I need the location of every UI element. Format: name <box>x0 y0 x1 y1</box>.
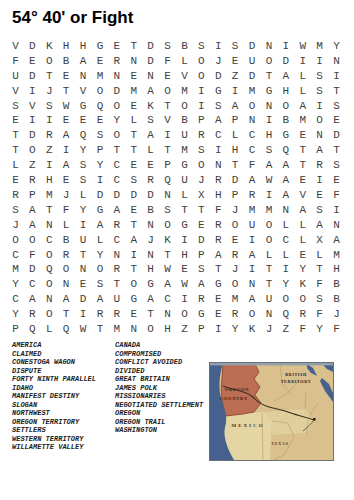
grid-cell: I <box>244 262 261 277</box>
grid-cell: E <box>311 188 328 203</box>
grid-cell: E <box>58 173 75 188</box>
grid-cell: Y <box>7 277 24 292</box>
grid-cell: S <box>311 203 328 218</box>
grid-cell: I <box>176 233 193 248</box>
grid-cell: N <box>159 307 176 322</box>
grid-cell: V <box>24 99 41 114</box>
grid-cell: R <box>311 158 328 173</box>
grid-cell: B <box>142 203 159 218</box>
grid-cell: K <box>294 277 311 292</box>
grid-cell: T <box>210 262 227 277</box>
word-list-item: CANADA <box>115 341 217 350</box>
grid-cell: L <box>176 54 193 69</box>
grid-cell: H <box>176 248 193 263</box>
grid-cell: E <box>210 307 227 322</box>
grid-cell: H <box>58 39 75 54</box>
grid-cell: N <box>260 99 277 114</box>
grid-cell: A <box>294 99 311 114</box>
grid-cell: I <box>294 54 311 69</box>
word-list-item: CLAIMED <box>12 350 114 359</box>
grid-cell: R <box>7 188 24 203</box>
grid-cell: I <box>24 84 41 99</box>
grid-cell: F <box>24 248 41 263</box>
grid-cell: T <box>108 143 125 158</box>
word-list-item: OREGON <box>115 409 217 418</box>
grid-cell: D <box>244 69 261 84</box>
grid-cell: Y <box>91 158 108 173</box>
grid-cell: U <box>176 128 193 143</box>
grid-cell: I <box>125 248 142 263</box>
grid-cell: I <box>75 307 92 322</box>
grid-cell: B <box>277 113 294 128</box>
word-list-item: DIVIDED <box>115 367 217 376</box>
map-label-territory: TERRITORY <box>281 379 312 384</box>
grid-cell: L <box>75 188 92 203</box>
grid-cell: I <box>260 188 277 203</box>
word-list-item: MANIFEST DESTINY <box>12 392 114 401</box>
grid-cell: T <box>159 143 176 158</box>
grid-cell: J <box>41 84 58 99</box>
grid-cell: T <box>125 39 142 54</box>
word-search-grid: VDKHHGETDSBSISDNIWMYFEOBAERNDFLOJEUODIIN… <box>7 39 345 337</box>
grid-cell: R <box>108 218 125 233</box>
grid-cell: I <box>328 203 345 218</box>
grid-cell: F <box>294 322 311 337</box>
grid-cell: O <box>108 99 125 114</box>
grid-cell: Q <box>75 128 92 143</box>
grid-cell: X <box>193 188 210 203</box>
grid-cell: H <box>260 128 277 143</box>
grid-cell: T <box>193 203 210 218</box>
grid-cell: Y <box>311 322 328 337</box>
grid-cell: J <box>210 54 227 69</box>
grid-cell: L <box>277 248 294 263</box>
grid-cell: R <box>193 128 210 143</box>
grid-cell: L <box>142 143 159 158</box>
grid-cell: A <box>58 292 75 307</box>
grid-cell: T <box>125 128 142 143</box>
grid-cell: G <box>210 277 227 292</box>
grid-cell: J <box>328 307 345 322</box>
grid-cell: I <box>75 218 92 233</box>
grid-cell: A <box>193 277 210 292</box>
grid-cell: E <box>24 54 41 69</box>
grid-cell: O <box>159 84 176 99</box>
grid-cell: O <box>294 292 311 307</box>
grid-cell: I <box>210 322 227 337</box>
grid-cell: F <box>311 307 328 322</box>
grid-cell: C <box>244 143 261 158</box>
grid-cell: I <box>41 113 58 128</box>
grid-cell: T <box>125 262 142 277</box>
grid-cell: D <box>142 39 159 54</box>
grid-cell: J <box>193 173 210 188</box>
grid-cell: D <box>210 69 227 84</box>
grid-cell: A <box>58 158 75 173</box>
grid-cell: E <box>294 173 311 188</box>
grid-cell: E <box>328 113 345 128</box>
map-label-country: COUNTRY <box>220 396 248 401</box>
grid-cell: V <box>75 84 92 99</box>
grid-cell: N <box>244 277 261 292</box>
grid-cell: S <box>142 113 159 128</box>
worksheet-page: 54° 40' or Fight VDKHHGETDSBSISDNIWMYFEO… <box>0 0 354 500</box>
grid-cell: W <box>58 99 75 114</box>
grid-cell: S <box>75 173 92 188</box>
grid-cell: I <box>328 69 345 84</box>
grid-cell: T <box>41 203 58 218</box>
grid-cell: M <box>91 69 108 84</box>
grid-cell: T <box>41 69 58 84</box>
grid-cell: T <box>108 277 125 292</box>
grid-cell: R <box>24 173 41 188</box>
map-graphic: BRITISH TERRITORY OREGON COUNTRY MEXICO … <box>210 363 333 460</box>
grid-cell: F <box>244 158 261 173</box>
grid-cell: D <box>244 39 261 54</box>
grid-cell: I <box>159 128 176 143</box>
grid-cell: O <box>24 143 41 158</box>
grid-cell: O <box>260 54 277 69</box>
grid-cell: S <box>311 69 328 84</box>
grid-cell: S <box>311 292 328 307</box>
grid-cell: L <box>91 233 108 248</box>
grid-cell: V <box>7 39 24 54</box>
grid-cell: L <box>176 188 193 203</box>
grid-cell: T <box>328 84 345 99</box>
grid-cell: A <box>108 203 125 218</box>
grid-cell: N <box>277 203 294 218</box>
word-list-item: DISPUTE <box>12 367 114 376</box>
grid-cell: D <box>24 262 41 277</box>
grid-cell: N <box>41 218 58 233</box>
grid-cell: A <box>210 113 227 128</box>
grid-cell: K <box>41 39 58 54</box>
grid-cell: G <box>260 84 277 99</box>
grid-cell: O <box>260 233 277 248</box>
grid-cell: A <box>142 84 159 99</box>
grid-cell: O <box>193 69 210 84</box>
grid-cell: O <box>7 233 24 248</box>
grid-cell: Z <box>277 322 294 337</box>
grid-cell: S <box>91 128 108 143</box>
grid-cell: D <box>24 39 41 54</box>
grid-cell: T <box>260 69 277 84</box>
grid-cell: T <box>260 277 277 292</box>
grid-cell: P <box>193 322 210 337</box>
grid-cell: L <box>7 158 24 173</box>
grid-cell: Z <box>24 158 41 173</box>
grid-cell: G <box>176 218 193 233</box>
grid-cell: Y <box>7 307 24 322</box>
grid-cell: S <box>193 39 210 54</box>
grid-cell: H <box>41 173 58 188</box>
grid-cell: S <box>41 99 58 114</box>
grid-cell: E <box>125 99 142 114</box>
grid-cell: N <box>328 218 345 233</box>
grid-cell: Z <box>227 69 244 84</box>
grid-cell: C <box>24 277 41 292</box>
grid-cell: N <box>125 322 142 337</box>
grid-cell: P <box>91 143 108 158</box>
grid-cell: E <box>58 113 75 128</box>
grid-cell: J <box>227 203 244 218</box>
grid-cell: T <box>159 248 176 263</box>
map-label-mexico: MEXICO <box>231 423 264 428</box>
grid-cell: I <box>244 233 261 248</box>
grid-cell: E <box>176 262 193 277</box>
word-list-item: JAMES POLK <box>115 384 217 393</box>
grid-cell: T <box>7 128 24 143</box>
grid-cell: S <box>75 158 92 173</box>
grid-cell: M <box>125 84 142 99</box>
grid-cell: I <box>260 113 277 128</box>
grid-cell: O <box>227 277 244 292</box>
grid-cell: D <box>142 188 159 203</box>
grid-cell: A <box>24 203 41 218</box>
grid-cell: Y <box>227 322 244 337</box>
grid-cell: D <box>108 188 125 203</box>
grid-cell: P <box>159 158 176 173</box>
grid-cell: I <box>311 54 328 69</box>
grid-cell: G <box>91 39 108 54</box>
grid-cell: E <box>125 158 142 173</box>
grid-cell: A <box>210 248 227 263</box>
grid-cell: A <box>91 292 108 307</box>
grid-cell: P <box>227 188 244 203</box>
grid-cell: E <box>227 54 244 69</box>
grid-cell: T <box>328 143 345 158</box>
grid-cell: M <box>41 188 58 203</box>
grid-cell: Q <box>58 322 75 337</box>
grid-cell: J <box>58 188 75 203</box>
grid-cell: N <box>108 69 125 84</box>
grid-cell: N <box>75 69 92 84</box>
grid-cell: N <box>108 248 125 263</box>
grid-cell: H <box>142 262 159 277</box>
grid-cell: O <box>176 307 193 322</box>
grid-cell: D <box>108 84 125 99</box>
word-list-item: GREAT BRITAIN <box>115 375 217 384</box>
grid-cell: I <box>91 173 108 188</box>
map-top-band <box>210 363 333 365</box>
grid-cell: Y <box>277 277 294 292</box>
word-list-item: WASHINGTON <box>115 426 217 435</box>
grid-cell: H <box>328 262 345 277</box>
grid-cell: O <box>244 307 261 322</box>
grid-cell: S <box>227 39 244 54</box>
grid-cell: C <box>41 233 58 248</box>
grid-cell: R <box>91 307 108 322</box>
grid-cell: E <box>328 173 345 188</box>
grid-cell: W <box>159 262 176 277</box>
grid-cell: B <box>58 54 75 69</box>
grid-cell: T <box>176 203 193 218</box>
grid-cell: I <box>277 262 294 277</box>
grid-cell: A <box>277 173 294 188</box>
grid-cell: T <box>227 158 244 173</box>
grid-cell: A <box>142 292 159 307</box>
grid-cell: G <box>142 277 159 292</box>
grid-cell: V <box>294 188 311 203</box>
grid-cell: L <box>260 248 277 263</box>
word-list-item: NEGOTIATED SETTLEMENT <box>115 401 217 410</box>
grid-cell: D <box>142 54 159 69</box>
grid-cell: A <box>58 128 75 143</box>
grid-cell: E <box>227 233 244 248</box>
grid-cell: A <box>125 233 142 248</box>
grid-cell: T <box>58 84 75 99</box>
grid-cell: N <box>210 158 227 173</box>
grid-cell: E <box>58 69 75 84</box>
grid-cell: G <box>91 203 108 218</box>
grid-cell: T <box>311 262 328 277</box>
grid-cell: O <box>159 218 176 233</box>
grid-cell: A <box>227 99 244 114</box>
grid-cell: C <box>108 158 125 173</box>
grid-cell: Q <box>277 143 294 158</box>
grid-cell: C <box>7 292 24 307</box>
grid-cell: L <box>41 322 58 337</box>
grid-cell: H <box>75 39 92 54</box>
grid-cell: A <box>277 188 294 203</box>
grid-cell: D <box>328 128 345 143</box>
grid-cell: T <box>142 307 159 322</box>
grid-cell: I <box>227 84 244 99</box>
grid-cell: I <box>311 99 328 114</box>
grid-cell: I <box>193 99 210 114</box>
grid-cell: E <box>294 128 311 143</box>
grid-cell: N <box>328 54 345 69</box>
grid-cell: M <box>176 143 193 158</box>
grid-cell: Y <box>294 262 311 277</box>
grid-cell: F <box>328 188 345 203</box>
grid-cell: Q <box>41 262 58 277</box>
grid-cell: R <box>108 307 125 322</box>
grid-cell: E <box>75 113 92 128</box>
grid-cell: O <box>91 84 108 99</box>
grid-cell: A <box>294 203 311 218</box>
grid-cell: U <box>7 69 24 84</box>
grid-cell: O <box>24 233 41 248</box>
grid-cell: D <box>91 188 108 203</box>
grid-cell: R <box>142 173 159 188</box>
grid-cell: I <box>193 84 210 99</box>
grid-cell: N <box>75 262 92 277</box>
grid-cell: E <box>210 292 227 307</box>
grid-cell: R <box>227 307 244 322</box>
grid-cell: A <box>311 218 328 233</box>
word-list-item: WILLAMETTE VALLEY <box>12 443 114 452</box>
grid-cell: Z <box>41 143 58 158</box>
grid-cell: T <box>7 143 24 158</box>
grid-cell: D <box>24 128 41 143</box>
grid-cell: I <box>24 113 41 128</box>
grid-cell: W <box>260 173 277 188</box>
grid-cell: A <box>24 218 41 233</box>
grid-cell: B <box>328 277 345 292</box>
page-title: 54° 40' or Fight <box>12 8 133 28</box>
word-list-item: NORTHWEST <box>12 409 114 418</box>
grid-cell: H <box>227 143 244 158</box>
grid-cell: B <box>328 292 345 307</box>
grid-cell: S <box>159 39 176 54</box>
grid-cell: T <box>294 143 311 158</box>
grid-cell: Y <box>328 39 345 54</box>
grid-cell: S <box>193 143 210 158</box>
map-label-oregon: OREGON <box>225 387 250 392</box>
grid-cell: G <box>193 307 210 322</box>
grid-cell: L <box>277 218 294 233</box>
grid-cell: R <box>210 218 227 233</box>
grid-cell: D <box>125 188 142 203</box>
grid-cell: O <box>176 99 193 114</box>
grid-cell: O <box>260 218 277 233</box>
grid-cell: S <box>328 158 345 173</box>
grid-cell: Q <box>91 99 108 114</box>
grid-cell: L <box>294 233 311 248</box>
grid-cell: M <box>176 84 193 99</box>
grid-cell: U <box>108 292 125 307</box>
grid-cell: D <box>277 54 294 69</box>
grid-cell: O <box>244 99 261 114</box>
grid-cell: O <box>41 277 58 292</box>
grid-cell: O <box>108 128 125 143</box>
grid-cell: Q <box>24 322 41 337</box>
grid-cell: I <box>41 158 58 173</box>
grid-cell: E <box>294 248 311 263</box>
grid-cell: E <box>193 218 210 233</box>
grid-cell: M <box>244 84 261 99</box>
map-label-texas: TEXAS <box>271 442 289 446</box>
grid-cell: O <box>193 158 210 173</box>
grid-cell: E <box>91 54 108 69</box>
grid-cell: O <box>193 54 210 69</box>
grid-cell: N <box>58 277 75 292</box>
grid-cell: U <box>244 218 261 233</box>
grid-cell: Z <box>176 322 193 337</box>
grid-cell: A <box>277 69 294 84</box>
grid-cell: O <box>41 307 58 322</box>
grid-cell: K <box>244 322 261 337</box>
grid-cell: E <box>125 307 142 322</box>
grid-cell: Y <box>75 203 92 218</box>
grid-cell: S <box>210 99 227 114</box>
word-list-left-column: AMERICACLAIMEDCONESTOGA WAGONDISPUTEFORT… <box>12 341 114 452</box>
word-list-item: CONFLICT AVOIDED <box>115 358 217 367</box>
grid-cell: E <box>7 113 24 128</box>
grid-cell: K <box>142 99 159 114</box>
grid-cell: H <box>277 84 294 99</box>
grid-cell: V <box>159 113 176 128</box>
grid-cell: S <box>91 277 108 292</box>
grid-cell: W <box>75 322 92 337</box>
grid-cell: H <box>159 322 176 337</box>
grid-cell: G <box>277 128 294 143</box>
grid-cell: C <box>277 233 294 248</box>
word-list-item: IDAHO <box>12 384 114 393</box>
grid-cell: R <box>294 307 311 322</box>
grid-cell: C <box>7 248 24 263</box>
grid-cell: A <box>277 158 294 173</box>
grid-cell: A <box>244 173 261 188</box>
grid-cell: N <box>260 307 277 322</box>
grid-cell: N <box>159 188 176 203</box>
word-list-item: SLOGAN <box>12 401 114 410</box>
grid-cell: S <box>328 99 345 114</box>
grid-cell: D <box>227 173 244 188</box>
grid-cell: L <box>311 248 328 263</box>
grid-cell: P <box>227 113 244 128</box>
